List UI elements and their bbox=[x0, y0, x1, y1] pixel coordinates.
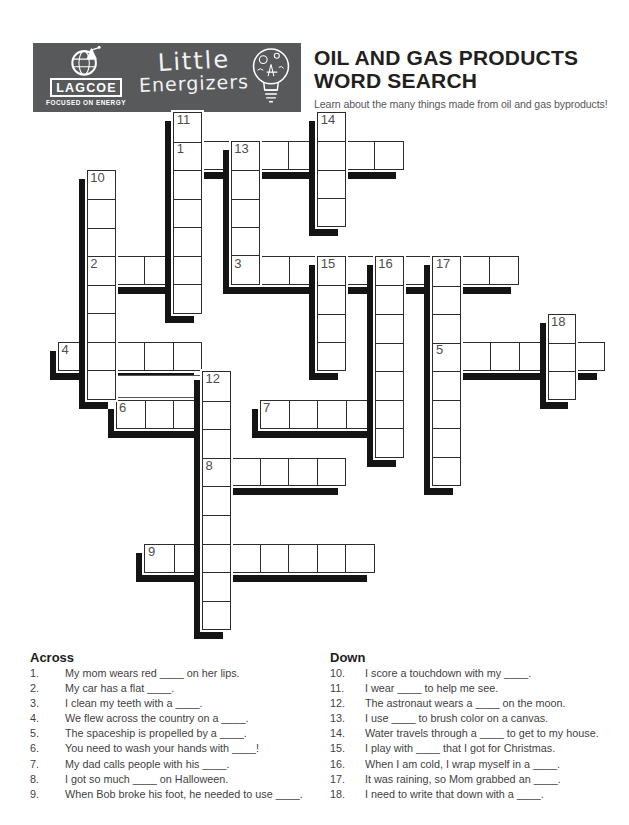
word-12-down bbox=[202, 371, 231, 630]
word-18-down bbox=[548, 314, 577, 400]
word-9-across bbox=[144, 544, 374, 573]
cell[interactable] bbox=[174, 227, 201, 256]
cell[interactable] bbox=[318, 257, 345, 285]
clue-row: 6.You need to wash your hands with ____! bbox=[30, 742, 317, 757]
cell[interactable] bbox=[376, 257, 403, 286]
cell[interactable] bbox=[203, 429, 230, 458]
cell[interactable] bbox=[549, 371, 576, 399]
cell[interactable] bbox=[345, 545, 374, 572]
clue-number: 11. bbox=[330, 682, 365, 697]
word-14-down bbox=[317, 112, 346, 227]
clue-number: 8. bbox=[30, 773, 65, 788]
cell[interactable] bbox=[145, 545, 174, 572]
cell[interactable] bbox=[116, 257, 144, 284]
cell[interactable] bbox=[232, 142, 259, 170]
clue-text: Water travels through a ____ to get to m… bbox=[365, 727, 599, 742]
word-15-down bbox=[317, 256, 346, 371]
clue-text: I play with ____ that I got for Christma… bbox=[365, 742, 555, 757]
cell[interactable] bbox=[116, 343, 144, 370]
across-clue-list: 1.My mom wears red ____ on her lips.2.My… bbox=[30, 667, 317, 803]
cell[interactable] bbox=[433, 343, 460, 372]
cell[interactable] bbox=[174, 113, 201, 142]
cell[interactable] bbox=[260, 545, 289, 572]
word-13-down bbox=[231, 141, 260, 285]
brand-tagline: FOCUSED ON ENERGY bbox=[40, 99, 132, 106]
cell[interactable] bbox=[490, 343, 518, 370]
clue-row: 7.My dad calls people with his ____. bbox=[30, 758, 317, 773]
clue-row: 11.I wear ____ to help me see. bbox=[330, 682, 629, 697]
clue-text: The spaceship is propelled by a ____. bbox=[65, 727, 247, 742]
brand-name: LAGCOE bbox=[50, 78, 122, 97]
down-clue-list: 10.I score a touchdown with my ____.11.I… bbox=[330, 667, 629, 803]
cell[interactable] bbox=[173, 343, 201, 370]
cell[interactable] bbox=[88, 370, 115, 399]
across-heading: Across bbox=[30, 650, 317, 667]
clue-row: 1.My mom wears red ____ on her lips. bbox=[30, 667, 317, 682]
cell[interactable] bbox=[203, 401, 230, 430]
clue-text: My mom wears red ____ on her lips. bbox=[65, 667, 240, 682]
cell[interactable] bbox=[549, 343, 576, 371]
title-block: OIL AND GAS PRODUCTS WORD SEARCH Learn a… bbox=[314, 46, 626, 110]
cell[interactable] bbox=[232, 170, 259, 198]
brand-panel: LAGCOE FOCUSED ON ENERGY Little Energize… bbox=[33, 43, 301, 112]
clue-text: I got so much ____ on Halloween. bbox=[65, 773, 228, 788]
cell[interactable] bbox=[144, 343, 172, 370]
cell[interactable] bbox=[462, 343, 490, 370]
cell[interactable] bbox=[433, 257, 460, 286]
clue-text: I clean my teeth with a ____. bbox=[65, 697, 202, 712]
page-subtitle: Learn about the many things made from oi… bbox=[314, 98, 626, 110]
cell[interactable] bbox=[376, 343, 403, 372]
clue-row: 2.My car has a flat ____. bbox=[30, 682, 317, 697]
clue-number: 17. bbox=[330, 773, 365, 788]
clue-number: 10. bbox=[330, 667, 365, 682]
clue-row: 13.I use ____ to brush color on a canvas… bbox=[330, 712, 629, 727]
word-10-down bbox=[87, 170, 116, 400]
clue-row: 3.I clean my teeth with a ____. bbox=[30, 697, 317, 712]
clue-text: We flew across the country on a ____. bbox=[65, 712, 248, 727]
cell[interactable] bbox=[145, 401, 173, 428]
cell[interactable] bbox=[232, 255, 259, 283]
cell[interactable] bbox=[318, 198, 345, 226]
cell[interactable] bbox=[489, 257, 518, 284]
cell[interactable] bbox=[576, 343, 604, 370]
cell[interactable] bbox=[461, 257, 490, 284]
cell[interactable] bbox=[318, 141, 345, 169]
cell[interactable] bbox=[317, 459, 345, 486]
cell[interactable] bbox=[203, 458, 230, 487]
cell[interactable] bbox=[203, 515, 230, 544]
clue-row: 12.The astronaut wears a ____ on the moo… bbox=[330, 697, 629, 712]
word-11-down bbox=[173, 112, 202, 314]
clue-row: 4.We flew across the country on a ____. bbox=[30, 712, 317, 727]
clue-row: 17.It was raining, so Mom grabbed an ___… bbox=[330, 773, 629, 788]
clue-number: 4. bbox=[30, 712, 65, 727]
down-clues-section: Down 10.I score a touchdown with my ____… bbox=[330, 650, 629, 803]
cell[interactable] bbox=[232, 199, 259, 227]
cell[interactable] bbox=[203, 486, 230, 515]
clue-number: 1. bbox=[30, 667, 65, 682]
cell[interactable] bbox=[317, 545, 346, 572]
cell[interactable] bbox=[174, 142, 201, 171]
clue-row: 8.I got so much ____ on Halloween. bbox=[30, 773, 317, 788]
series-title: Little Energizers bbox=[131, 47, 257, 94]
cell[interactable] bbox=[260, 257, 289, 284]
cell[interactable] bbox=[174, 284, 201, 313]
clue-number: 15. bbox=[330, 742, 365, 757]
cell[interactable] bbox=[318, 113, 345, 141]
clue-text: You need to wash your hands with ____! bbox=[65, 742, 259, 757]
cell[interactable] bbox=[376, 285, 403, 314]
blank-bar bbox=[116, 375, 202, 398]
word-17-down bbox=[432, 256, 461, 486]
cell[interactable] bbox=[376, 400, 403, 429]
cell[interactable] bbox=[318, 170, 345, 198]
cell[interactable] bbox=[376, 371, 403, 400]
clue-number: 7. bbox=[30, 758, 65, 773]
clue-text: The astronaut wears a ____ on the moon. bbox=[365, 697, 565, 712]
clue-text: I wear ____ to help me see. bbox=[365, 682, 498, 697]
cell[interactable] bbox=[288, 545, 317, 572]
cell[interactable] bbox=[260, 142, 289, 169]
cell[interactable] bbox=[433, 400, 460, 429]
cell[interactable] bbox=[88, 199, 115, 228]
cell[interactable] bbox=[203, 544, 230, 573]
cell[interactable] bbox=[117, 401, 145, 428]
cell[interactable] bbox=[318, 314, 345, 342]
cell[interactable] bbox=[203, 601, 230, 630]
cell[interactable] bbox=[318, 342, 345, 370]
cell[interactable] bbox=[88, 171, 115, 200]
clue-text: I score a touchdown with my ____. bbox=[365, 667, 531, 682]
cell[interactable] bbox=[231, 545, 260, 572]
page-title-line1: OIL AND GAS PRODUCTS bbox=[314, 46, 626, 69]
cell[interactable] bbox=[433, 314, 460, 343]
clue-row: 14.Water travels through a ____ to get t… bbox=[330, 727, 629, 742]
cell[interactable] bbox=[261, 401, 289, 428]
cell[interactable] bbox=[88, 256, 115, 285]
cell[interactable] bbox=[376, 428, 403, 457]
down-heading: Down bbox=[330, 650, 629, 667]
globe-derrick-icon bbox=[67, 45, 105, 77]
cell[interactable] bbox=[289, 401, 317, 428]
clue-number: 5. bbox=[30, 727, 65, 742]
cell[interactable] bbox=[433, 457, 460, 486]
cell[interactable] bbox=[232, 227, 259, 255]
clue-number: 6. bbox=[30, 742, 65, 757]
clue-text: My car has a flat ____. bbox=[65, 682, 174, 697]
clue-text: My dad calls people with his ____. bbox=[65, 758, 229, 773]
clue-number: 13. bbox=[330, 712, 365, 727]
clue-text: It was raining, so Mom grabbed an ____. bbox=[365, 773, 561, 788]
across-clues-section: Across 1.My mom wears red ____ on her li… bbox=[30, 650, 317, 803]
clue-text: I need to write that down with a ____. bbox=[365, 788, 544, 803]
clue-number: 9. bbox=[30, 788, 65, 803]
clue-row: 10.I score a touchdown with my ____. bbox=[330, 667, 629, 682]
cell[interactable] bbox=[88, 228, 115, 257]
cell[interactable] bbox=[174, 170, 201, 199]
cell[interactable] bbox=[433, 428, 460, 457]
cell[interactable] bbox=[203, 372, 230, 401]
clue-number: 12. bbox=[330, 697, 365, 712]
cell[interactable] bbox=[433, 371, 460, 400]
clue-text: When I am cold, I wrap myself in a ____. bbox=[365, 758, 560, 773]
lightbulb-sketch-icon bbox=[244, 46, 298, 108]
series-line2: Energizers bbox=[131, 70, 258, 96]
cell[interactable] bbox=[231, 459, 259, 486]
clue-row: 15.I play with ____ that I got for Chris… bbox=[330, 742, 629, 757]
page-title-line2: WORD SEARCH bbox=[314, 69, 626, 92]
clue-text: When Bob broke his foot, he needed to us… bbox=[65, 788, 303, 803]
clue-row: 9.When Bob broke his foot, he needed to … bbox=[30, 788, 317, 803]
cell[interactable] bbox=[374, 142, 403, 169]
clue-row: 18.I need to write that down with a ____… bbox=[330, 788, 629, 803]
clue-number: 3. bbox=[30, 697, 65, 712]
cell[interactable] bbox=[345, 142, 374, 169]
cell[interactable] bbox=[88, 342, 115, 371]
cell[interactable] bbox=[174, 256, 201, 285]
clue-text: I use ____ to brush color on a canvas. bbox=[365, 712, 548, 727]
cell[interactable] bbox=[317, 401, 345, 428]
cell[interactable] bbox=[549, 315, 576, 343]
lagcoe-logo: LAGCOE FOCUSED ON ENERGY bbox=[40, 45, 132, 106]
cell[interactable] bbox=[203, 572, 230, 601]
cell[interactable] bbox=[260, 459, 288, 486]
word-1-across bbox=[173, 141, 403, 170]
clue-number: 16. bbox=[330, 758, 365, 773]
cell[interactable] bbox=[88, 285, 115, 314]
cell[interactable] bbox=[88, 313, 115, 342]
cell[interactable] bbox=[433, 286, 460, 315]
clue-row: 16.When I am cold, I wrap myself in a __… bbox=[330, 758, 629, 773]
clue-number: 2. bbox=[30, 682, 65, 697]
clue-row: 5.The spaceship is propelled by a ____. bbox=[30, 727, 317, 742]
clue-number: 14. bbox=[330, 727, 365, 742]
word-16-down bbox=[375, 256, 404, 458]
cell[interactable] bbox=[174, 199, 201, 228]
cell[interactable] bbox=[288, 459, 316, 486]
crossword-grid: 123456789101112131415161718 bbox=[58, 112, 605, 630]
cell[interactable] bbox=[318, 285, 345, 313]
clue-number: 18. bbox=[330, 788, 365, 803]
cell[interactable] bbox=[376, 314, 403, 343]
